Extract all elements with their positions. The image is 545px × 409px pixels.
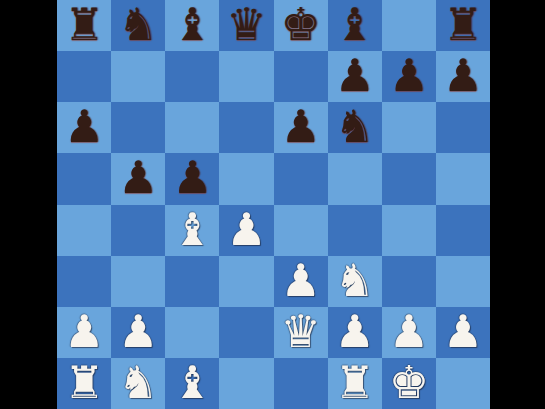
- square-d1[interactable]: [219, 358, 273, 409]
- piece-black-pawn: ♟: [335, 53, 375, 98]
- piece-black-queen: ♛: [226, 2, 266, 47]
- piece-black-pawn: ♟: [172, 155, 212, 200]
- square-f6[interactable]: ♞: [328, 102, 382, 153]
- square-d3[interactable]: [219, 256, 273, 307]
- square-d5[interactable]: [219, 153, 273, 204]
- piece-black-pawn: ♟: [443, 53, 483, 98]
- piece-white-bishop: ♝: [172, 207, 212, 252]
- piece-black-bishop: ♝: [172, 2, 212, 47]
- square-b6[interactable]: [111, 102, 165, 153]
- square-c7[interactable]: [165, 51, 219, 102]
- piece-white-pawn: ♟: [226, 207, 266, 252]
- square-a3[interactable]: [57, 256, 111, 307]
- square-e5[interactable]: [274, 153, 328, 204]
- piece-white-rook: ♜: [64, 360, 104, 405]
- video-frame: ♜♞♝♛♚♝♜♟♟♟♟♟♞♟♟♝♟♟♞♟♟♛♟♟♟♜♞♝♜♚: [0, 0, 545, 409]
- piece-white-pawn: ♟: [118, 309, 158, 354]
- square-f7[interactable]: ♟: [328, 51, 382, 102]
- square-b3[interactable]: [111, 256, 165, 307]
- square-g1[interactable]: ♚: [382, 358, 436, 409]
- piece-black-bishop: ♝: [335, 2, 375, 47]
- piece-white-rook: ♜: [335, 360, 375, 405]
- square-b5[interactable]: ♟: [111, 153, 165, 204]
- square-f8[interactable]: ♝: [328, 0, 382, 51]
- square-d6[interactable]: [219, 102, 273, 153]
- piece-white-pawn: ♟: [443, 309, 483, 354]
- piece-white-pawn: ♟: [280, 258, 320, 303]
- piece-white-queen: ♛: [280, 309, 320, 354]
- square-h7[interactable]: ♟: [436, 51, 490, 102]
- square-a4[interactable]: [57, 205, 111, 256]
- chess-board: ♜♞♝♛♚♝♜♟♟♟♟♟♞♟♟♝♟♟♞♟♟♛♟♟♟♜♞♝♜♚: [57, 0, 490, 409]
- square-c4[interactable]: ♝: [165, 205, 219, 256]
- square-e3[interactable]: ♟: [274, 256, 328, 307]
- square-c2[interactable]: [165, 307, 219, 358]
- square-a2[interactable]: ♟: [57, 307, 111, 358]
- square-h8[interactable]: ♜: [436, 0, 490, 51]
- piece-white-knight: ♞: [118, 360, 158, 405]
- square-b2[interactable]: ♟: [111, 307, 165, 358]
- square-g7[interactable]: ♟: [382, 51, 436, 102]
- square-g8[interactable]: [382, 0, 436, 51]
- square-h2[interactable]: ♟: [436, 307, 490, 358]
- piece-black-knight: ♞: [335, 104, 375, 149]
- piece-white-pawn: ♟: [64, 309, 104, 354]
- square-c3[interactable]: [165, 256, 219, 307]
- square-b8[interactable]: ♞: [111, 0, 165, 51]
- square-b1[interactable]: ♞: [111, 358, 165, 409]
- square-g6[interactable]: [382, 102, 436, 153]
- square-a7[interactable]: [57, 51, 111, 102]
- square-c5[interactable]: ♟: [165, 153, 219, 204]
- piece-black-rook: ♜: [443, 2, 483, 47]
- square-a8[interactable]: ♜: [57, 0, 111, 51]
- square-f3[interactable]: ♞: [328, 256, 382, 307]
- square-f5[interactable]: [328, 153, 382, 204]
- square-g5[interactable]: [382, 153, 436, 204]
- square-c1[interactable]: ♝: [165, 358, 219, 409]
- piece-black-pawn: ♟: [64, 104, 104, 149]
- square-e7[interactable]: [274, 51, 328, 102]
- square-h6[interactable]: [436, 102, 490, 153]
- piece-black-rook: ♜: [64, 2, 104, 47]
- square-d8[interactable]: ♛: [219, 0, 273, 51]
- square-e2[interactable]: ♛: [274, 307, 328, 358]
- square-b7[interactable]: [111, 51, 165, 102]
- square-h3[interactable]: [436, 256, 490, 307]
- square-e8[interactable]: ♚: [274, 0, 328, 51]
- piece-white-pawn: ♟: [335, 309, 375, 354]
- square-e1[interactable]: [274, 358, 328, 409]
- square-a6[interactable]: ♟: [57, 102, 111, 153]
- square-h5[interactable]: [436, 153, 490, 204]
- square-h4[interactable]: [436, 205, 490, 256]
- square-d7[interactable]: [219, 51, 273, 102]
- piece-black-knight: ♞: [118, 2, 158, 47]
- square-e4[interactable]: [274, 205, 328, 256]
- square-d2[interactable]: [219, 307, 273, 358]
- square-c6[interactable]: [165, 102, 219, 153]
- square-a5[interactable]: [57, 153, 111, 204]
- piece-black-pawn: ♟: [389, 53, 429, 98]
- square-e6[interactable]: ♟: [274, 102, 328, 153]
- square-c8[interactable]: ♝: [165, 0, 219, 51]
- piece-white-king: ♚: [389, 360, 429, 405]
- square-g4[interactable]: [382, 205, 436, 256]
- square-h1[interactable]: [436, 358, 490, 409]
- piece-black-pawn: ♟: [280, 104, 320, 149]
- square-b4[interactable]: [111, 205, 165, 256]
- piece-white-pawn: ♟: [389, 309, 429, 354]
- square-f2[interactable]: ♟: [328, 307, 382, 358]
- piece-white-knight: ♞: [335, 258, 375, 303]
- piece-black-pawn: ♟: [118, 155, 158, 200]
- square-f1[interactable]: ♜: [328, 358, 382, 409]
- square-f4[interactable]: [328, 205, 382, 256]
- square-a1[interactable]: ♜: [57, 358, 111, 409]
- square-g3[interactable]: [382, 256, 436, 307]
- square-g2[interactable]: ♟: [382, 307, 436, 358]
- piece-white-bishop: ♝: [172, 360, 212, 405]
- piece-black-king: ♚: [280, 2, 320, 47]
- square-d4[interactable]: ♟: [219, 205, 273, 256]
